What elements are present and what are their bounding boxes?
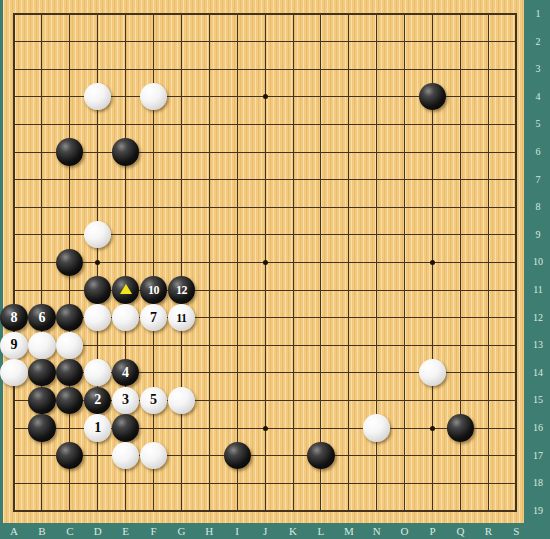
row-label-10: 10 [527, 256, 549, 268]
go-board-viewer: 101286711942351 ABCDEFGHIJKLMNOPQRS 1234… [0, 0, 550, 539]
row-label-3: 3 [527, 63, 549, 75]
row-label-9: 9 [527, 229, 549, 241]
row-label-16: 16 [527, 422, 549, 434]
row-label-18: 18 [527, 477, 549, 489]
row-label-8: 8 [527, 201, 549, 213]
row-label-19: 19 [527, 505, 549, 517]
row-label-12: 12 [527, 312, 549, 324]
row-label-7: 7 [527, 174, 549, 186]
row-label-15: 15 [527, 394, 549, 406]
row-label-6: 6 [527, 146, 549, 158]
row-label-11: 11 [527, 284, 549, 296]
row-label-17: 17 [527, 450, 549, 462]
row-label-2: 2 [527, 36, 549, 48]
row-label-4: 4 [527, 91, 549, 103]
row-label-1: 1 [527, 8, 549, 20]
row-labels: 12345678910111213141516171819 [0, 0, 550, 539]
row-label-5: 5 [527, 118, 549, 130]
row-label-13: 13 [527, 339, 549, 351]
row-label-14: 14 [527, 367, 549, 379]
